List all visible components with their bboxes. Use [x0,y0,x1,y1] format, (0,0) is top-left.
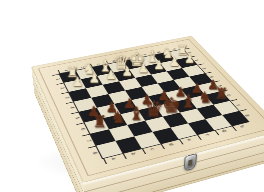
black-rook: ♜ [212,84,230,102]
white-pawn: ♟ [150,56,167,73]
black-bishop: ♝ [127,104,146,123]
black-bishop: ♝ [179,92,198,111]
product-photo: abcdefgh abcdefgh 12345678 12345678 ♜♞♝♛… [0,0,264,192]
white-pawn: ♟ [119,62,136,79]
scene-3d: abcdefgh abcdefgh 12345678 12345678 ♜♞♝♛… [0,0,264,192]
hinge-pin [58,138,59,142]
metal-clasp [184,153,198,172]
black-rook: ♜ [90,112,110,132]
black-king: ♚ [162,96,181,115]
white-pawn: ♟ [86,69,104,87]
black-knight: ♞ [108,108,127,127]
chess-box: abcdefgh abcdefgh 12345678 12345678 ♜♞♝♛… [31,36,264,183]
white-pawn: ♟ [102,66,119,83]
black-queen: ♛ [144,100,163,119]
white-pawn: ♟ [166,53,183,70]
black-knight: ♞ [196,88,214,106]
white-pawn: ♟ [135,59,152,76]
